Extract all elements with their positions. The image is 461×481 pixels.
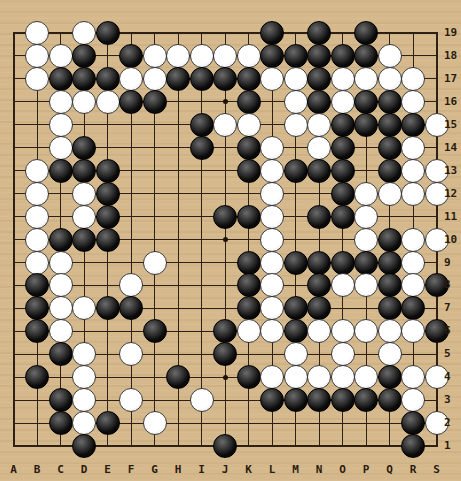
black-stone-Q13: ● — [378, 159, 402, 183]
black-stone-E10: ● — [96, 228, 120, 252]
white-stone-M5: ○ — [284, 342, 308, 366]
black-stone-O15: ● — [331, 113, 355, 137]
go-board[interactable]: ○○●●●●○○●●○○○○○●●●●●○○●●●○○●●●●○○●○○○○○○… — [0, 0, 461, 481]
black-stone-N17: ● — [307, 67, 331, 91]
white-stone-F3: ○ — [119, 388, 143, 412]
star-point-J10 — [223, 237, 228, 242]
coord-label-bottom-C: C — [53, 463, 69, 476]
black-stone-N11: ● — [307, 205, 331, 229]
white-stone-N6: ○ — [307, 319, 331, 343]
coord-label-bottom-G: G — [147, 463, 163, 476]
white-stone-O17: ○ — [331, 67, 355, 91]
black-stone-M3: ● — [284, 388, 308, 412]
white-stone-H18: ○ — [166, 44, 190, 68]
black-stone-J1: ● — [213, 434, 237, 458]
black-stone-Q9: ● — [378, 251, 402, 275]
white-stone-R17: ○ — [401, 67, 425, 91]
white-stone-B12: ○ — [25, 182, 49, 206]
white-stone-C8: ○ — [49, 273, 73, 297]
black-stone-P16: ● — [354, 90, 378, 114]
black-stone-O14: ● — [331, 136, 355, 160]
black-stone-B8: ● — [25, 273, 49, 297]
black-stone-J11: ● — [213, 205, 237, 229]
black-stone-Q7: ● — [378, 296, 402, 320]
white-stone-K6: ○ — [237, 319, 261, 343]
coord-label-right-16: 16 — [444, 95, 457, 109]
coord-label-bottom-K: K — [241, 463, 257, 476]
white-stone-R8: ○ — [401, 273, 425, 297]
white-stone-L14: ○ — [260, 136, 284, 160]
black-stone-P18: ● — [354, 44, 378, 68]
white-stone-C7: ○ — [49, 296, 73, 320]
coord-label-right-5: 5 — [444, 347, 451, 361]
white-stone-R12: ○ — [401, 182, 425, 206]
black-stone-E13: ● — [96, 159, 120, 183]
black-stone-D13: ● — [72, 159, 96, 183]
white-stone-B18: ○ — [25, 44, 49, 68]
white-stone-I3: ○ — [190, 388, 214, 412]
white-stone-O16: ○ — [331, 90, 355, 114]
white-stone-K18: ○ — [237, 44, 261, 68]
coord-label-bottom-E: E — [100, 463, 116, 476]
white-stone-N15: ○ — [307, 113, 331, 137]
coord-label-right-4: 4 — [444, 370, 451, 384]
black-stone-H4: ● — [166, 365, 190, 389]
coord-label-bottom-D: D — [76, 463, 92, 476]
white-stone-R9: ○ — [401, 251, 425, 275]
white-stone-B19: ○ — [25, 21, 49, 45]
white-stone-Q6: ○ — [378, 319, 402, 343]
white-stone-J15: ○ — [213, 113, 237, 137]
black-stone-L19: ● — [260, 21, 284, 45]
black-stone-M9: ● — [284, 251, 308, 275]
black-stone-N9: ● — [307, 251, 331, 275]
white-stone-L17: ○ — [260, 67, 284, 91]
black-stone-I14: ● — [190, 136, 214, 160]
black-stone-Q4: ● — [378, 365, 402, 389]
coord-label-right-3: 3 — [444, 393, 451, 407]
black-stone-E11: ● — [96, 205, 120, 229]
white-stone-N14: ○ — [307, 136, 331, 160]
white-stone-M16: ○ — [284, 90, 308, 114]
black-stone-F18: ● — [119, 44, 143, 68]
black-stone-O9: ● — [331, 251, 355, 275]
star-point-J16 — [223, 99, 228, 104]
white-stone-B10: ○ — [25, 228, 49, 252]
coord-label-right-11: 11 — [444, 210, 457, 224]
white-stone-C14: ○ — [49, 136, 73, 160]
white-stone-C6: ○ — [49, 319, 73, 343]
black-stone-J6: ● — [213, 319, 237, 343]
black-stone-N7: ● — [307, 296, 331, 320]
black-stone-H17: ● — [166, 67, 190, 91]
white-stone-O6: ○ — [331, 319, 355, 343]
coord-label-right-17: 17 — [444, 72, 457, 86]
black-stone-N13: ● — [307, 159, 331, 183]
black-stone-E7: ● — [96, 296, 120, 320]
coord-label-right-8: 8 — [444, 278, 451, 292]
white-stone-C15: ○ — [49, 113, 73, 137]
white-stone-P11: ○ — [354, 205, 378, 229]
black-stone-P9: ● — [354, 251, 378, 275]
black-stone-I15: ● — [190, 113, 214, 137]
black-stone-C3: ● — [49, 388, 73, 412]
black-stone-K8: ● — [237, 273, 261, 297]
coord-label-right-10: 10 — [444, 233, 457, 247]
white-stone-D19: ○ — [72, 21, 96, 45]
white-stone-R4: ○ — [401, 365, 425, 389]
white-stone-M17: ○ — [284, 67, 308, 91]
black-stone-P19: ● — [354, 21, 378, 45]
coord-label-bottom-O: O — [335, 463, 351, 476]
white-stone-P17: ○ — [354, 67, 378, 91]
black-stone-M13: ● — [284, 159, 308, 183]
white-stone-E16: ○ — [96, 90, 120, 114]
black-stone-K13: ● — [237, 159, 261, 183]
white-stone-L8: ○ — [260, 273, 284, 297]
coord-label-right-1: 1 — [444, 439, 451, 453]
coord-label-right-7: 7 — [444, 301, 451, 315]
black-stone-G16: ● — [143, 90, 167, 114]
coord-label-bottom-Q: Q — [382, 463, 398, 476]
white-stone-C18: ○ — [49, 44, 73, 68]
white-stone-R3: ○ — [401, 388, 425, 412]
black-stone-Q3: ● — [378, 388, 402, 412]
white-stone-D5: ○ — [72, 342, 96, 366]
white-stone-P6: ○ — [354, 319, 378, 343]
black-stone-D1: ● — [72, 434, 96, 458]
black-stone-K17: ● — [237, 67, 261, 91]
white-stone-P4: ○ — [354, 365, 378, 389]
white-stone-L9: ○ — [260, 251, 284, 275]
coord-label-right-6: 6 — [444, 324, 451, 338]
black-stone-O3: ● — [331, 388, 355, 412]
white-stone-L10: ○ — [260, 228, 284, 252]
white-stone-L13: ○ — [260, 159, 284, 183]
white-stone-P8: ○ — [354, 273, 378, 297]
white-stone-Q12: ○ — [378, 182, 402, 206]
coord-label-bottom-F: F — [123, 463, 139, 476]
black-stone-K16: ● — [237, 90, 261, 114]
white-stone-R14: ○ — [401, 136, 425, 160]
black-stone-E17: ● — [96, 67, 120, 91]
coord-label-bottom-J: J — [217, 463, 233, 476]
white-stone-N4: ○ — [307, 365, 331, 389]
black-stone-Q10: ● — [378, 228, 402, 252]
black-stone-Q15: ● — [378, 113, 402, 137]
black-stone-J5: ● — [213, 342, 237, 366]
coord-label-bottom-I: I — [194, 463, 210, 476]
black-stone-N19: ● — [307, 21, 331, 45]
black-stone-L18: ● — [260, 44, 284, 68]
white-stone-D16: ○ — [72, 90, 96, 114]
white-stone-Q18: ○ — [378, 44, 402, 68]
black-stone-Q16: ● — [378, 90, 402, 114]
white-stone-R6: ○ — [401, 319, 425, 343]
black-stone-K7: ● — [237, 296, 261, 320]
coord-label-bottom-L: L — [264, 463, 280, 476]
white-stone-L4: ○ — [260, 365, 284, 389]
white-stone-F17: ○ — [119, 67, 143, 91]
black-stone-E2: ● — [96, 411, 120, 435]
white-stone-B13: ○ — [25, 159, 49, 183]
coord-label-right-15: 15 — [444, 118, 457, 132]
black-stone-K14: ● — [237, 136, 261, 160]
black-stone-O13: ● — [331, 159, 355, 183]
black-stone-N3: ● — [307, 388, 331, 412]
coord-label-bottom-R: R — [405, 463, 421, 476]
coord-label-right-18: 18 — [444, 49, 457, 63]
white-stone-F8: ○ — [119, 273, 143, 297]
black-stone-D10: ● — [72, 228, 96, 252]
black-stone-Q14: ● — [378, 136, 402, 160]
white-stone-F5: ○ — [119, 342, 143, 366]
white-stone-D12: ○ — [72, 182, 96, 206]
coord-label-bottom-H: H — [170, 463, 186, 476]
white-stone-O5: ○ — [331, 342, 355, 366]
black-stone-B6: ● — [25, 319, 49, 343]
white-stone-I18: ○ — [190, 44, 214, 68]
black-stone-E19: ● — [96, 21, 120, 45]
white-stone-L6: ○ — [260, 319, 284, 343]
black-stone-B4: ● — [25, 365, 49, 389]
black-stone-C2: ● — [49, 411, 73, 435]
coord-label-bottom-B: B — [29, 463, 45, 476]
white-stone-R16: ○ — [401, 90, 425, 114]
white-stone-Q17: ○ — [378, 67, 402, 91]
white-stone-M15: ○ — [284, 113, 308, 137]
black-stone-F7: ● — [119, 296, 143, 320]
black-stone-C5: ● — [49, 342, 73, 366]
white-stone-G2: ○ — [143, 411, 167, 435]
white-stone-D11: ○ — [72, 205, 96, 229]
white-stone-D4: ○ — [72, 365, 96, 389]
black-stone-O18: ● — [331, 44, 355, 68]
black-stone-D17: ● — [72, 67, 96, 91]
black-stone-E12: ● — [96, 182, 120, 206]
star-point-J4 — [223, 375, 228, 380]
black-stone-G6: ● — [143, 319, 167, 343]
white-stone-L11: ○ — [260, 205, 284, 229]
coord-label-bottom-P: P — [358, 463, 374, 476]
black-stone-C10: ● — [49, 228, 73, 252]
coord-label-bottom-S: S — [429, 463, 445, 476]
white-stone-G9: ○ — [143, 251, 167, 275]
white-stone-M4: ○ — [284, 365, 308, 389]
black-stone-N8: ● — [307, 273, 331, 297]
white-stone-Q5: ○ — [378, 342, 402, 366]
white-stone-D2: ○ — [72, 411, 96, 435]
black-stone-K11: ● — [237, 205, 261, 229]
black-stone-R15: ● — [401, 113, 425, 137]
black-stone-P15: ● — [354, 113, 378, 137]
white-stone-O8: ○ — [331, 273, 355, 297]
coord-label-bottom-M: M — [288, 463, 304, 476]
white-stone-B11: ○ — [25, 205, 49, 229]
white-stone-K15: ○ — [237, 113, 261, 137]
black-stone-O12: ● — [331, 182, 355, 206]
black-stone-N18: ● — [307, 44, 331, 68]
black-stone-M18: ● — [284, 44, 308, 68]
black-stone-M7: ● — [284, 296, 308, 320]
black-stone-K9: ● — [237, 251, 261, 275]
white-stone-L7: ○ — [260, 296, 284, 320]
white-stone-D7: ○ — [72, 296, 96, 320]
black-stone-P3: ● — [354, 388, 378, 412]
white-stone-G17: ○ — [143, 67, 167, 91]
black-stone-D18: ● — [72, 44, 96, 68]
black-stone-I17: ● — [190, 67, 214, 91]
black-stone-D14: ● — [72, 136, 96, 160]
coord-label-right-14: 14 — [444, 141, 457, 155]
white-stone-O4: ○ — [331, 365, 355, 389]
coord-label-right-9: 9 — [444, 256, 451, 270]
white-stone-B17: ○ — [25, 67, 49, 91]
coord-label-right-12: 12 — [444, 187, 457, 201]
black-stone-R2: ● — [401, 411, 425, 435]
black-stone-M6: ● — [284, 319, 308, 343]
black-stone-Q8: ● — [378, 273, 402, 297]
black-stone-L3: ● — [260, 388, 284, 412]
white-stone-G18: ○ — [143, 44, 167, 68]
coord-label-right-19: 19 — [444, 26, 457, 40]
white-stone-D3: ○ — [72, 388, 96, 412]
black-stone-J17: ● — [213, 67, 237, 91]
white-stone-R10: ○ — [401, 228, 425, 252]
black-stone-N16: ● — [307, 90, 331, 114]
black-stone-F16: ● — [119, 90, 143, 114]
black-stone-K4: ● — [237, 365, 261, 389]
black-stone-C13: ● — [49, 159, 73, 183]
coord-label-bottom-N: N — [311, 463, 327, 476]
coord-label-right-13: 13 — [444, 164, 457, 178]
black-stone-C17: ● — [49, 67, 73, 91]
white-stone-B9: ○ — [25, 251, 49, 275]
white-stone-P10: ○ — [354, 228, 378, 252]
white-stone-L12: ○ — [260, 182, 284, 206]
black-stone-R1: ● — [401, 434, 425, 458]
white-stone-R13: ○ — [401, 159, 425, 183]
white-stone-C9: ○ — [49, 251, 73, 275]
black-stone-O11: ● — [331, 205, 355, 229]
white-stone-P12: ○ — [354, 182, 378, 206]
coord-label-bottom-A: A — [6, 463, 22, 476]
white-stone-C16: ○ — [49, 90, 73, 114]
white-stone-J18: ○ — [213, 44, 237, 68]
coord-label-right-2: 2 — [444, 416, 451, 430]
black-stone-B7: ● — [25, 296, 49, 320]
black-stone-R7: ● — [401, 296, 425, 320]
